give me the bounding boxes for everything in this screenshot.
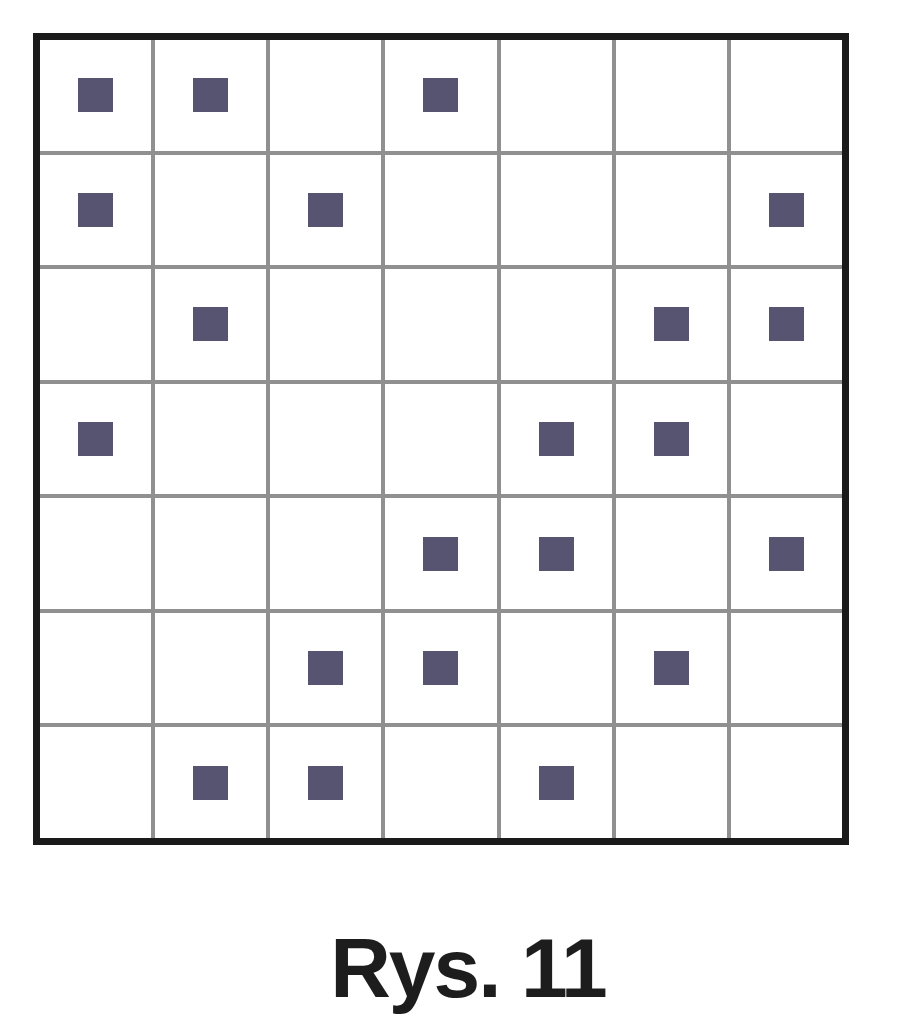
cell-r6c7 (731, 613, 842, 724)
cell-r4c5 (501, 384, 612, 495)
cell-r6c5 (501, 613, 612, 724)
cell-r5c5 (501, 498, 612, 609)
marked-square (78, 193, 113, 227)
marked-square (423, 651, 458, 685)
cell-r4c2 (155, 384, 266, 495)
marked-square (423, 537, 458, 571)
figure-caption: Rys. 11 (330, 926, 606, 1010)
cell-r4c3 (270, 384, 381, 495)
marked-square (78, 78, 113, 112)
cell-r6c6 (616, 613, 727, 724)
marked-square (654, 307, 689, 341)
cell-r3c1 (40, 269, 151, 380)
cell-r3c5 (501, 269, 612, 380)
cell-r7c3 (270, 727, 381, 838)
marked-square (308, 651, 343, 685)
cell-r7c1 (40, 727, 151, 838)
cell-r3c6 (616, 269, 727, 380)
figure-page: Rys. 11 (0, 0, 900, 1035)
cell-r2c2 (155, 155, 266, 266)
marked-square (539, 766, 574, 800)
marked-square (654, 422, 689, 456)
cell-r3c3 (270, 269, 381, 380)
marked-square (308, 766, 343, 800)
cell-r2c3 (270, 155, 381, 266)
cell-r2c6 (616, 155, 727, 266)
cell-r6c4 (385, 613, 496, 724)
puzzle-board (33, 33, 849, 845)
cell-r1c7 (731, 40, 842, 151)
cell-r7c7 (731, 727, 842, 838)
cell-r5c2 (155, 498, 266, 609)
cell-r1c2 (155, 40, 266, 151)
cell-r7c6 (616, 727, 727, 838)
cell-r2c1 (40, 155, 151, 266)
cell-r4c7 (731, 384, 842, 495)
marked-square (193, 78, 228, 112)
marked-square (769, 307, 804, 341)
marked-square (78, 422, 113, 456)
marked-square (193, 766, 228, 800)
cell-r1c6 (616, 40, 727, 151)
cell-r7c5 (501, 727, 612, 838)
cell-r7c2 (155, 727, 266, 838)
cell-r3c4 (385, 269, 496, 380)
marked-square (423, 78, 458, 112)
cell-r1c1 (40, 40, 151, 151)
cell-r6c3 (270, 613, 381, 724)
cell-r2c4 (385, 155, 496, 266)
cell-r7c4 (385, 727, 496, 838)
cell-r6c2 (155, 613, 266, 724)
marked-square (539, 422, 574, 456)
cell-r3c7 (731, 269, 842, 380)
cell-r3c2 (155, 269, 266, 380)
marked-square (193, 307, 228, 341)
marked-square (769, 537, 804, 571)
cell-r5c1 (40, 498, 151, 609)
cell-r2c5 (501, 155, 612, 266)
cell-r5c6 (616, 498, 727, 609)
cell-r4c1 (40, 384, 151, 495)
cell-r1c4 (385, 40, 496, 151)
marked-square (769, 193, 804, 227)
marked-square (539, 537, 574, 571)
cell-r1c3 (270, 40, 381, 151)
cell-r1c5 (501, 40, 612, 151)
cell-r4c6 (616, 384, 727, 495)
cell-r5c3 (270, 498, 381, 609)
cell-r5c4 (385, 498, 496, 609)
cell-r4c4 (385, 384, 496, 495)
cell-r5c7 (731, 498, 842, 609)
cell-r6c1 (40, 613, 151, 724)
cell-r2c7 (731, 155, 842, 266)
marked-square (308, 193, 343, 227)
marked-square (654, 651, 689, 685)
